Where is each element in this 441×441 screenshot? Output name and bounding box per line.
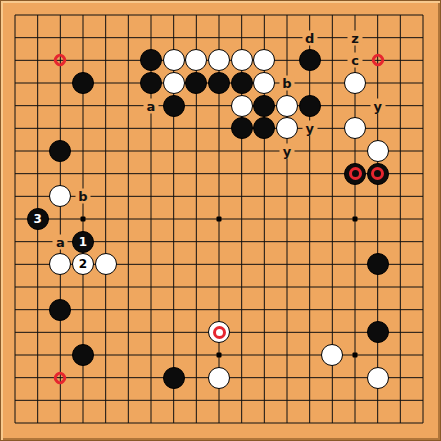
black-stone[interactable]: 3 (27, 208, 49, 230)
white-stone[interactable] (95, 253, 117, 275)
black-stone[interactable] (140, 49, 162, 71)
black-stone[interactable] (367, 163, 389, 185)
letter-label-d: d (302, 30, 317, 45)
star-point (353, 353, 358, 358)
black-stone[interactable]: 1 (72, 231, 94, 253)
move-number: 1 (79, 236, 87, 248)
white-stone[interactable] (367, 140, 389, 162)
black-stone[interactable] (72, 344, 94, 366)
black-stone[interactable] (299, 95, 321, 117)
white-stone[interactable] (163, 72, 185, 94)
black-stone[interactable] (208, 72, 230, 94)
move-number: 2 (79, 258, 87, 270)
letter-label-b: b (76, 189, 91, 204)
white-stone[interactable]: 2 (72, 253, 94, 275)
black-stone[interactable] (185, 72, 207, 94)
star-point (217, 353, 222, 358)
white-stone[interactable] (253, 72, 275, 94)
letter-label-c: c (348, 53, 363, 68)
white-stone[interactable] (344, 117, 366, 139)
black-stone[interactable] (367, 321, 389, 343)
black-stone[interactable] (49, 299, 71, 321)
star-point (81, 217, 86, 222)
black-stone[interactable] (163, 95, 185, 117)
white-stone[interactable] (163, 49, 185, 71)
go-board[interactable]: 312aabbcdyyyz (0, 0, 441, 441)
black-stone[interactable] (231, 117, 253, 139)
black-stone[interactable] (49, 140, 71, 162)
circle-mark (213, 326, 226, 339)
black-stone[interactable] (253, 117, 275, 139)
black-stone[interactable] (231, 72, 253, 94)
white-stone[interactable] (49, 253, 71, 275)
white-stone[interactable] (344, 72, 366, 94)
letter-label-y: y (280, 144, 295, 159)
white-stone[interactable] (49, 185, 71, 207)
white-stone[interactable] (208, 49, 230, 71)
black-stone[interactable] (344, 163, 366, 185)
black-stone[interactable] (140, 72, 162, 94)
star-point (217, 217, 222, 222)
letter-label-y: y (302, 121, 317, 136)
black-stone[interactable] (163, 367, 185, 389)
move-number: 3 (33, 213, 41, 225)
circle-mark (371, 167, 384, 180)
white-stone[interactable] (276, 117, 298, 139)
white-stone[interactable] (321, 344, 343, 366)
black-stone[interactable] (253, 95, 275, 117)
star-point (353, 217, 358, 222)
letter-label-y: y (370, 98, 385, 113)
letter-label-z: z (348, 30, 363, 45)
white-stone[interactable] (208, 321, 230, 343)
white-stone[interactable] (231, 95, 253, 117)
white-stone[interactable] (276, 95, 298, 117)
white-stone[interactable] (367, 367, 389, 389)
letter-label-b: b (280, 76, 295, 91)
black-stone[interactable] (299, 49, 321, 71)
white-stone[interactable] (185, 49, 207, 71)
black-stone[interactable] (72, 72, 94, 94)
black-stone[interactable] (367, 253, 389, 275)
white-stone[interactable] (231, 49, 253, 71)
letter-label-a: a (144, 98, 159, 113)
white-stone[interactable] (253, 49, 275, 71)
letter-label-a: a (53, 234, 68, 249)
circle-mark (349, 167, 362, 180)
white-stone[interactable] (208, 367, 230, 389)
